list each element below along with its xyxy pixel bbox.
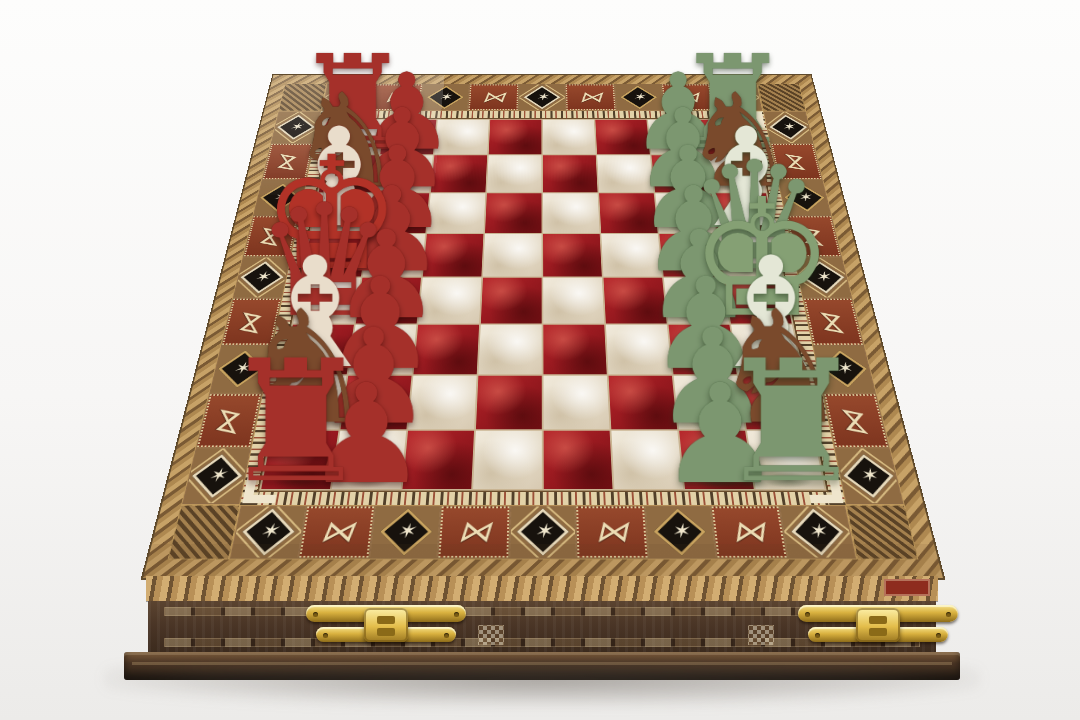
- piece-shadow: [671, 264, 714, 275]
- square-e3: [423, 234, 484, 277]
- square-a5: [544, 431, 613, 489]
- square-b7: ♟: [674, 376, 745, 430]
- piece-shadow: [666, 221, 708, 232]
- red-inlay-accent: [884, 579, 930, 596]
- square-e1: ♚: [302, 234, 367, 277]
- piece-shadow: [271, 472, 323, 488]
- piece-shadow: [662, 181, 702, 191]
- square-e4: [483, 234, 542, 277]
- square-e8: ♛: [717, 234, 782, 277]
- piece-shadow: [676, 310, 721, 322]
- square-h7: ♟: [648, 120, 704, 155]
- piece-shadow: [388, 144, 427, 153]
- square-d4: [481, 278, 542, 324]
- square-h4: [489, 120, 542, 155]
- square-h8: ♜: [700, 120, 758, 155]
- square-c7: ♟: [669, 325, 737, 374]
- square-a6: [611, 431, 683, 489]
- square-c3: [413, 325, 479, 374]
- square-d5: [543, 278, 604, 324]
- square-g4: [487, 155, 542, 192]
- piece-shadow: [658, 144, 697, 153]
- photo-canvas: ♜♟♟♜♞♟♟♞♝♟♟♝♚♟♟♛♛♟♟♚♝♟♟♝♞♟♟♞♜♟♟♜: [0, 0, 1080, 720]
- piece-shadow: [717, 181, 758, 191]
- square-g3: [431, 155, 487, 192]
- square-c8: ♝: [731, 325, 802, 374]
- square-g7: ♟: [651, 155, 709, 192]
- latch-clasp: [856, 608, 900, 642]
- square-g6: [597, 155, 653, 192]
- piece-shadow: [350, 414, 399, 428]
- square-b5: [543, 376, 609, 430]
- square-e7: ♟: [659, 234, 722, 277]
- square-g1: ♞: [319, 155, 379, 192]
- piece-shadow: [711, 144, 750, 153]
- square-d2: ♟: [356, 278, 421, 324]
- mosaic-strip-near: [229, 505, 857, 560]
- square-b4: [476, 376, 542, 430]
- square-h2: ♟: [380, 120, 436, 155]
- chess-box-lid-top: ♜♟♟♜♞♟♟♞♝♟♟♝♚♟♟♛♛♟♟♚♝♟♟♝♞♟♟♞♜♟♟♜: [143, 75, 943, 578]
- dash-ruler-band: [320, 111, 765, 119]
- square-a4: [473, 431, 542, 489]
- square-g8: ♞: [706, 155, 766, 192]
- square-c4: [478, 325, 541, 374]
- front-checker-motif: [478, 625, 504, 645]
- square-a1: ♜: [261, 431, 338, 489]
- piece-shadow: [333, 144, 372, 153]
- square-h5: [543, 120, 596, 155]
- square-d1: ♛: [293, 278, 361, 324]
- piece-shadow: [364, 310, 409, 322]
- mosaic-corner: [846, 505, 919, 560]
- front-checker-motif: [748, 625, 774, 645]
- piece-shadow: [371, 264, 414, 275]
- box-front-panel: [148, 601, 936, 654]
- square-a2: ♟: [332, 431, 406, 489]
- square-c6: [606, 325, 672, 374]
- brass-latch-right: [798, 603, 958, 651]
- square-g5: [543, 155, 598, 192]
- square-d3: [418, 278, 481, 324]
- mosaic-strip-far: [321, 84, 763, 111]
- piece-shadow: [681, 360, 728, 373]
- square-b2: ♟: [340, 376, 411, 430]
- square-h1: ♜: [326, 120, 384, 155]
- piece-shadow: [319, 221, 361, 232]
- square-b1: ♞: [273, 376, 347, 430]
- piece-shadow: [302, 310, 348, 322]
- square-a7: ♟: [679, 431, 754, 489]
- piece-shadow: [724, 221, 766, 232]
- square-e2: ♟: [363, 234, 426, 277]
- piece-shadow: [382, 181, 422, 191]
- piece-shadow: [282, 414, 332, 428]
- mosaic-corner: [168, 505, 240, 560]
- square-h3: [434, 120, 488, 155]
- square-d6: [603, 278, 666, 324]
- square-c1: ♝: [283, 325, 353, 374]
- piece-shadow: [730, 264, 774, 275]
- piece-shadow: [693, 472, 744, 488]
- piece-shadow: [763, 472, 815, 488]
- brass-latch-left: [306, 603, 466, 651]
- latch-clasp: [364, 608, 408, 642]
- square-b8: ♞: [739, 376, 813, 430]
- square-h6: [595, 120, 650, 155]
- square-e6: [601, 234, 662, 277]
- square-a8: ♜: [747, 431, 824, 489]
- lid-front-edge: [146, 576, 938, 601]
- mosaic-corner: [278, 84, 327, 111]
- mosaic-corner: [757, 84, 806, 111]
- ground-shadow: [104, 664, 980, 706]
- piece-shadow: [687, 414, 736, 428]
- piece-shadow: [377, 221, 419, 232]
- square-a3: [403, 431, 475, 489]
- square-e5: [543, 234, 602, 277]
- square-c2: ♟: [348, 325, 416, 374]
- piece-shadow: [326, 181, 367, 191]
- chessboard: ♜♟♟♜♞♟♟♞♝♟♟♝♚♟♟♛♛♟♟♚♝♟♟♝♞♟♟♞♜♟♟♜: [259, 119, 827, 491]
- piece-shadow: [342, 472, 393, 488]
- piece-shadow: [311, 264, 355, 275]
- square-d8: ♚: [724, 278, 792, 324]
- square-g2: ♟: [375, 155, 433, 192]
- piece-shadow: [737, 310, 783, 322]
- square-c5: [543, 325, 606, 374]
- square-d7: ♟: [664, 278, 729, 324]
- piece-shadow: [754, 414, 804, 428]
- square-b6: [609, 376, 678, 430]
- square-b3: [408, 376, 476, 430]
